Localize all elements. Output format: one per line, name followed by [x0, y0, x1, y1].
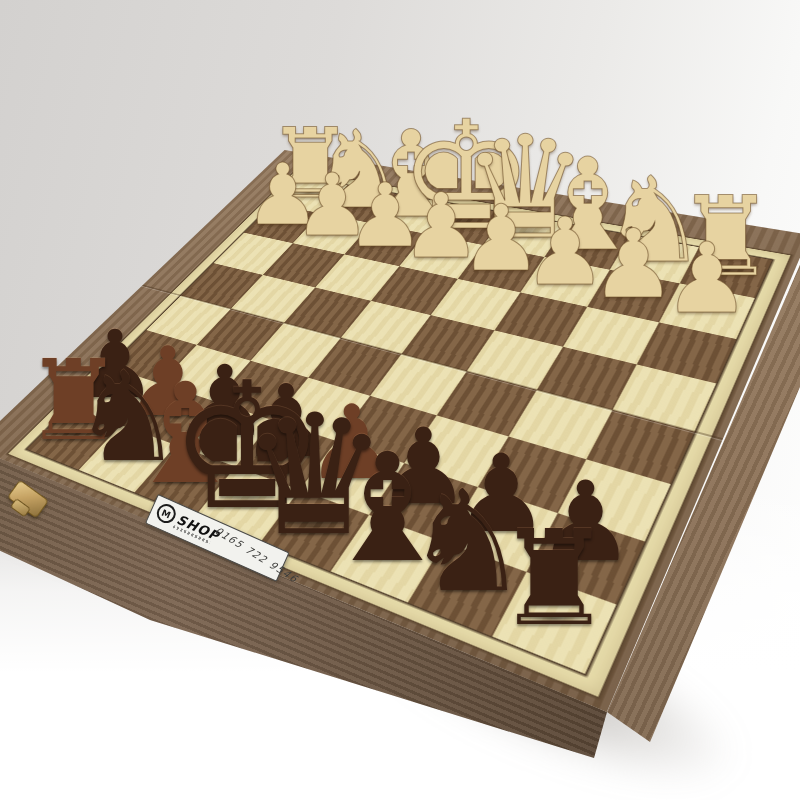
piece-white-pawn-a2[interactable]: ♟ [663, 230, 750, 327]
photo-scene: ♜♞♝♟♚♟♛♟♝♟♞♟♜♟♟♟♟♟♟♜♟♞♟♝♟♚♟♛♟♝♞♜ M SHOP … [0, 0, 800, 800]
piece-black-rook-a8[interactable]: ♜ [495, 513, 613, 645]
